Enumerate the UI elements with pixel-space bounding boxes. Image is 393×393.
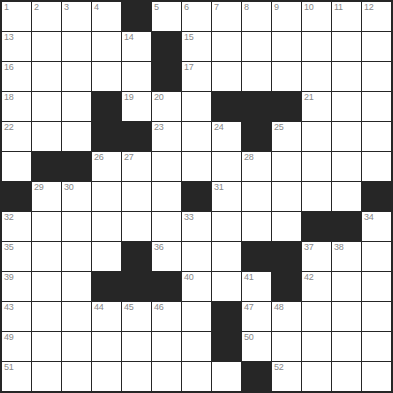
cell-r12c8 bbox=[242, 362, 271, 391]
cell-r8c7[interactable] bbox=[212, 242, 241, 271]
cell-r9c12[interactable] bbox=[362, 272, 391, 301]
cell-r4c8 bbox=[242, 122, 271, 151]
cell-r12c4[interactable] bbox=[122, 362, 151, 391]
cell-r0c8[interactable]: 8 bbox=[242, 2, 271, 31]
cell-r0c4 bbox=[122, 2, 151, 31]
cell-r3c12[interactable] bbox=[362, 92, 391, 121]
cell-r5c4[interactable]: 27 bbox=[122, 152, 151, 181]
clue-number: 34 bbox=[364, 213, 373, 222]
clue-number: 11 bbox=[334, 3, 343, 12]
cell-r3c0[interactable]: 18 bbox=[2, 92, 31, 121]
cell-r3c11[interactable] bbox=[332, 92, 361, 121]
cell-r8c10[interactable]: 37 bbox=[302, 242, 331, 271]
cell-r2c7[interactable] bbox=[212, 62, 241, 91]
cell-r8c12[interactable] bbox=[362, 242, 391, 271]
cell-r8c2[interactable] bbox=[62, 242, 91, 271]
cell-r7c12[interactable]: 34 bbox=[362, 212, 391, 241]
cell-r0c6[interactable]: 6 bbox=[182, 2, 211, 31]
cell-r9c9 bbox=[272, 272, 301, 301]
cell-r9c7[interactable] bbox=[212, 272, 241, 301]
cell-r9c0[interactable]: 39 bbox=[2, 272, 31, 301]
cell-r11c4[interactable] bbox=[122, 332, 151, 361]
cell-r0c0[interactable]: 1 bbox=[2, 2, 31, 31]
cell-r8c9 bbox=[272, 242, 301, 271]
cell-r7c11 bbox=[332, 212, 361, 241]
cell-r6c4[interactable] bbox=[122, 182, 151, 211]
cell-r9c10[interactable]: 42 bbox=[302, 272, 331, 301]
clue-number: 6 bbox=[184, 3, 189, 12]
clue-number: 25 bbox=[274, 123, 283, 132]
clue-number: 3 bbox=[64, 3, 69, 12]
cell-r9c6[interactable]: 40 bbox=[182, 272, 211, 301]
cell-r12c0[interactable]: 51 bbox=[2, 362, 31, 391]
cell-r3c9 bbox=[272, 92, 301, 121]
cell-r1c8[interactable] bbox=[242, 32, 271, 61]
clue-number: 19 bbox=[124, 93, 133, 102]
clue-number: 30 bbox=[64, 183, 73, 192]
cell-r10c4[interactable]: 45 bbox=[122, 302, 151, 331]
clue-number: 20 bbox=[154, 93, 163, 102]
cell-r6c0 bbox=[2, 182, 31, 211]
cell-r0c5[interactable]: 5 bbox=[152, 2, 181, 31]
cell-r11c6[interactable] bbox=[182, 332, 211, 361]
cell-r2c1[interactable] bbox=[32, 62, 61, 91]
cell-r1c5 bbox=[152, 32, 181, 61]
cell-r6c6 bbox=[182, 182, 211, 211]
cell-r7c9[interactable] bbox=[272, 212, 301, 241]
cell-r0c11[interactable]: 11 bbox=[332, 2, 361, 31]
clue-number: 12 bbox=[364, 3, 373, 12]
cell-r12c10[interactable] bbox=[302, 362, 331, 391]
cell-r6c11[interactable] bbox=[332, 182, 361, 211]
clue-number: 14 bbox=[124, 33, 133, 42]
cell-r10c11[interactable] bbox=[332, 302, 361, 331]
clue-number: 39 bbox=[4, 273, 13, 282]
clue-number: 9 bbox=[274, 3, 279, 12]
clue-number: 42 bbox=[304, 273, 313, 282]
cell-r10c8[interactable]: 47 bbox=[242, 302, 271, 331]
clue-number: 23 bbox=[154, 123, 163, 132]
cell-r11c11[interactable] bbox=[332, 332, 361, 361]
cell-r1c7[interactable] bbox=[212, 32, 241, 61]
cell-r8c4 bbox=[122, 242, 151, 271]
cell-r5c7[interactable] bbox=[212, 152, 241, 181]
clue-number: 21 bbox=[304, 93, 313, 102]
clue-number: 24 bbox=[214, 123, 223, 132]
cell-r2c5 bbox=[152, 62, 181, 91]
cell-r3c10[interactable]: 21 bbox=[302, 92, 331, 121]
cell-r5c8[interactable]: 28 bbox=[242, 152, 271, 181]
cell-r6c12 bbox=[362, 182, 391, 211]
cell-r2c11[interactable] bbox=[332, 62, 361, 91]
cell-r9c4 bbox=[122, 272, 151, 301]
cell-r11c0[interactable]: 49 bbox=[2, 332, 31, 361]
cell-r9c11[interactable] bbox=[332, 272, 361, 301]
cell-r4c5[interactable]: 23 bbox=[152, 122, 181, 151]
cell-r3c8 bbox=[242, 92, 271, 121]
cell-r11c10[interactable] bbox=[302, 332, 331, 361]
clue-number: 1 bbox=[4, 3, 9, 12]
cell-r12c9[interactable]: 52 bbox=[272, 362, 301, 391]
clue-number: 51 bbox=[4, 363, 13, 372]
cell-r5c6[interactable] bbox=[182, 152, 211, 181]
cell-r2c0[interactable]: 16 bbox=[2, 62, 31, 91]
cell-r0c7[interactable]: 7 bbox=[212, 2, 241, 31]
clue-number: 18 bbox=[4, 93, 13, 102]
cell-r6c7[interactable]: 31 bbox=[212, 182, 241, 211]
cell-r6c3[interactable] bbox=[92, 182, 121, 211]
cell-r2c12[interactable] bbox=[362, 62, 391, 91]
cell-r3c4[interactable]: 19 bbox=[122, 92, 151, 121]
cell-r0c10[interactable]: 10 bbox=[302, 2, 331, 31]
clue-number: 8 bbox=[244, 3, 249, 12]
cell-r8c6[interactable] bbox=[182, 242, 211, 271]
cell-r4c11[interactable] bbox=[332, 122, 361, 151]
cell-r7c6[interactable]: 33 bbox=[182, 212, 211, 241]
cell-r2c9[interactable] bbox=[272, 62, 301, 91]
cell-r7c8[interactable] bbox=[242, 212, 271, 241]
cell-r4c9[interactable]: 25 bbox=[272, 122, 301, 151]
clue-number: 52 bbox=[274, 363, 283, 372]
cell-r8c5[interactable]: 36 bbox=[152, 242, 181, 271]
clue-number: 41 bbox=[244, 273, 253, 282]
clue-number: 4 bbox=[94, 3, 99, 12]
clue-number: 49 bbox=[4, 333, 13, 342]
clue-number: 43 bbox=[4, 303, 13, 312]
cell-r11c2[interactable] bbox=[62, 332, 91, 361]
cell-r3c2[interactable] bbox=[62, 92, 91, 121]
cell-r5c10[interactable] bbox=[302, 152, 331, 181]
cell-r6c9[interactable] bbox=[272, 182, 301, 211]
cell-r10c6[interactable] bbox=[182, 302, 211, 331]
cell-r7c10 bbox=[302, 212, 331, 241]
cell-r5c11[interactable] bbox=[332, 152, 361, 181]
cell-r11c1[interactable] bbox=[32, 332, 61, 361]
cell-r10c5[interactable]: 46 bbox=[152, 302, 181, 331]
cell-r10c1[interactable] bbox=[32, 302, 61, 331]
cell-r12c12[interactable] bbox=[362, 362, 391, 391]
clue-number: 5 bbox=[154, 3, 159, 12]
clue-number: 46 bbox=[154, 303, 163, 312]
cell-r11c8[interactable]: 50 bbox=[242, 332, 271, 361]
cell-r10c9[interactable]: 48 bbox=[272, 302, 301, 331]
cell-r2c3[interactable] bbox=[92, 62, 121, 91]
cell-r0c9[interactable]: 9 bbox=[272, 2, 301, 31]
cell-r10c2[interactable] bbox=[62, 302, 91, 331]
cell-r3c5[interactable]: 20 bbox=[152, 92, 181, 121]
cell-r5c12[interactable] bbox=[362, 152, 391, 181]
cell-r9c3 bbox=[92, 272, 121, 301]
clue-number: 22 bbox=[4, 123, 13, 132]
cell-r11c5[interactable] bbox=[152, 332, 181, 361]
cell-r10c10[interactable] bbox=[302, 302, 331, 331]
cell-r9c2[interactable] bbox=[62, 272, 91, 301]
clue-number: 7 bbox=[214, 3, 219, 12]
clue-number: 50 bbox=[244, 333, 253, 342]
cell-r12c1[interactable] bbox=[32, 362, 61, 391]
cell-r10c12[interactable] bbox=[362, 302, 391, 331]
cell-r2c6[interactable]: 17 bbox=[182, 62, 211, 91]
cell-r9c1[interactable] bbox=[32, 272, 61, 301]
cell-r4c7[interactable]: 24 bbox=[212, 122, 241, 151]
cell-r11c12[interactable] bbox=[362, 332, 391, 361]
cell-r10c7 bbox=[212, 302, 241, 331]
cell-r2c4[interactable] bbox=[122, 62, 151, 91]
cell-r6c1[interactable]: 29 bbox=[32, 182, 61, 211]
cell-r7c4[interactable] bbox=[122, 212, 151, 241]
cell-r12c6[interactable] bbox=[182, 362, 211, 391]
cell-r8c8 bbox=[242, 242, 271, 271]
clue-number: 37 bbox=[304, 243, 313, 252]
clue-number: 2 bbox=[34, 3, 39, 12]
clue-number: 35 bbox=[4, 243, 13, 252]
cell-r7c7[interactable] bbox=[212, 212, 241, 241]
cell-r4c3 bbox=[92, 122, 121, 151]
cell-r5c0[interactable] bbox=[2, 152, 31, 181]
cell-r6c5[interactable] bbox=[152, 182, 181, 211]
clue-number: 15 bbox=[184, 33, 193, 42]
clue-number: 10 bbox=[304, 3, 313, 12]
cell-r2c8[interactable] bbox=[242, 62, 271, 91]
cell-r0c1[interactable]: 2 bbox=[32, 2, 61, 31]
cell-r9c5 bbox=[152, 272, 181, 301]
cell-r2c10[interactable] bbox=[302, 62, 331, 91]
clue-number: 33 bbox=[184, 213, 193, 222]
cell-r1c3[interactable] bbox=[92, 32, 121, 61]
crossword-grid: 1234567891011121314151617181920212223242… bbox=[0, 0, 393, 393]
clue-number: 48 bbox=[274, 303, 283, 312]
cell-r11c9[interactable] bbox=[272, 332, 301, 361]
cell-r12c2[interactable] bbox=[62, 362, 91, 391]
cell-r5c2 bbox=[62, 152, 91, 181]
cell-r4c4 bbox=[122, 122, 151, 151]
cell-r4c10[interactable] bbox=[302, 122, 331, 151]
cell-r3c1[interactable] bbox=[32, 92, 61, 121]
cell-r0c3[interactable]: 4 bbox=[92, 2, 121, 31]
cell-r4c0[interactable]: 22 bbox=[2, 122, 31, 151]
cell-r4c2[interactable] bbox=[62, 122, 91, 151]
cell-r0c2[interactable]: 3 bbox=[62, 2, 91, 31]
cell-r1c10[interactable] bbox=[302, 32, 331, 61]
cell-r4c6[interactable] bbox=[182, 122, 211, 151]
cell-r7c0[interactable]: 32 bbox=[2, 212, 31, 241]
cell-r11c7 bbox=[212, 332, 241, 361]
cell-r6c8[interactable] bbox=[242, 182, 271, 211]
cell-r10c3[interactable]: 44 bbox=[92, 302, 121, 331]
cell-r7c5[interactable] bbox=[152, 212, 181, 241]
clue-number: 27 bbox=[124, 153, 133, 162]
cell-r10c0[interactable]: 43 bbox=[2, 302, 31, 331]
cell-r1c11[interactable] bbox=[332, 32, 361, 61]
cell-r6c10[interactable] bbox=[302, 182, 331, 211]
cell-r7c3[interactable] bbox=[92, 212, 121, 241]
clue-number: 32 bbox=[4, 213, 13, 222]
cell-r5c3[interactable]: 26 bbox=[92, 152, 121, 181]
cell-r5c5[interactable] bbox=[152, 152, 181, 181]
cell-r6c2[interactable]: 30 bbox=[62, 182, 91, 211]
cell-r3c7 bbox=[212, 92, 241, 121]
clue-number: 29 bbox=[34, 183, 43, 192]
cell-r3c6[interactable] bbox=[182, 92, 211, 121]
clue-number: 16 bbox=[4, 63, 13, 72]
clue-number: 31 bbox=[214, 183, 223, 192]
clue-number: 36 bbox=[154, 243, 163, 252]
cell-r1c4[interactable]: 14 bbox=[122, 32, 151, 61]
cell-r0c12[interactable]: 12 bbox=[362, 2, 391, 31]
cell-r1c12[interactable] bbox=[362, 32, 391, 61]
clue-number: 47 bbox=[244, 303, 253, 312]
clue-number: 17 bbox=[184, 63, 193, 72]
clue-number: 28 bbox=[244, 153, 253, 162]
clue-number: 45 bbox=[124, 303, 133, 312]
cell-r3c3 bbox=[92, 92, 121, 121]
cell-r8c11[interactable]: 38 bbox=[332, 242, 361, 271]
clue-number: 13 bbox=[4, 33, 13, 42]
clue-number: 26 bbox=[94, 153, 103, 162]
cell-r4c12[interactable] bbox=[362, 122, 391, 151]
cell-r12c11[interactable] bbox=[332, 362, 361, 391]
cell-r1c2[interactable] bbox=[62, 32, 91, 61]
cell-r12c3[interactable] bbox=[92, 362, 121, 391]
cell-r12c5[interactable] bbox=[152, 362, 181, 391]
cell-r5c9[interactable] bbox=[272, 152, 301, 181]
cell-r1c9[interactable] bbox=[272, 32, 301, 61]
cell-r1c1[interactable] bbox=[32, 32, 61, 61]
clue-number: 40 bbox=[184, 273, 193, 282]
cell-r12c7[interactable] bbox=[212, 362, 241, 391]
cell-r11c3[interactable] bbox=[92, 332, 121, 361]
cell-r4c1[interactable] bbox=[32, 122, 61, 151]
cell-r9c8[interactable]: 41 bbox=[242, 272, 271, 301]
cell-r8c1[interactable] bbox=[32, 242, 61, 271]
cell-r1c6[interactable]: 15 bbox=[182, 32, 211, 61]
clue-number: 44 bbox=[94, 303, 103, 312]
cell-r7c2[interactable] bbox=[62, 212, 91, 241]
clue-number: 38 bbox=[334, 243, 343, 252]
cell-r5c1 bbox=[32, 152, 61, 181]
cell-r7c1[interactable] bbox=[32, 212, 61, 241]
cell-r8c0[interactable]: 35 bbox=[2, 242, 31, 271]
cell-r2c2[interactable] bbox=[62, 62, 91, 91]
cell-r8c3[interactable] bbox=[92, 242, 121, 271]
cell-r1c0[interactable]: 13 bbox=[2, 32, 31, 61]
